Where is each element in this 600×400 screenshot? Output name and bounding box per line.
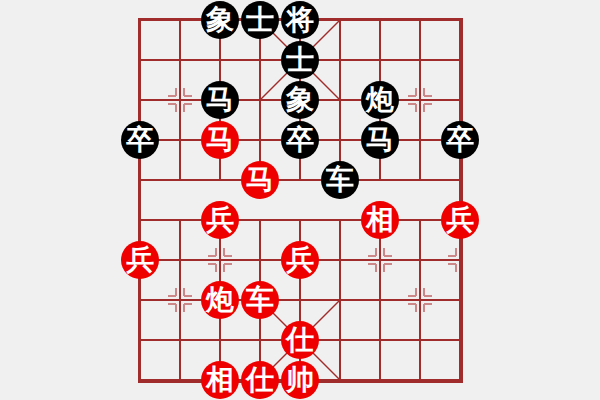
board-point[interactable] [160, 0, 200, 40]
black-soldier[interactable]: 卒 [281, 121, 319, 159]
board-point[interactable] [400, 40, 440, 80]
red-soldier[interactable]: 兵 [441, 201, 479, 239]
board-point[interactable] [120, 200, 160, 240]
board-point[interactable] [160, 240, 200, 280]
board-point[interactable] [400, 280, 440, 320]
board-point[interactable] [280, 200, 320, 240]
board-point[interactable] [160, 120, 200, 160]
board-point[interactable] [320, 120, 360, 160]
board-point[interactable] [240, 120, 280, 160]
board-point[interactable] [320, 240, 360, 280]
board-point[interactable]: 兵 [120, 240, 160, 280]
board-point[interactable] [320, 280, 360, 320]
board-point[interactable]: 将 [280, 0, 320, 40]
board-point[interactable] [200, 160, 240, 200]
board-point[interactable] [440, 360, 480, 400]
board-point[interactable] [160, 320, 200, 360]
board-point[interactable]: 车 [240, 280, 280, 320]
red-elephant[interactable]: 相 [201, 361, 239, 399]
board-point[interactable] [400, 360, 440, 400]
board-point[interactable] [440, 240, 480, 280]
red-chariot[interactable]: 车 [241, 281, 279, 319]
red-advisor[interactable]: 仕 [241, 361, 279, 399]
board-point[interactable] [240, 80, 280, 120]
black-advisor[interactable]: 士 [241, 1, 279, 39]
board-point[interactable]: 卒 [440, 120, 480, 160]
red-cannon[interactable]: 炮 [201, 281, 239, 319]
board-point[interactable]: 车 [320, 160, 360, 200]
board-point[interactable] [160, 80, 200, 120]
black-soldier[interactable]: 卒 [441, 121, 479, 159]
board-point[interactable] [200, 240, 240, 280]
board-point[interactable] [400, 320, 440, 360]
board-point[interactable]: 兵 [280, 240, 320, 280]
board-point[interactable] [160, 40, 200, 80]
board-point[interactable]: 士 [280, 40, 320, 80]
board-point[interactable] [240, 320, 280, 360]
board-point[interactable] [320, 200, 360, 240]
black-advisor[interactable]: 士 [281, 41, 319, 79]
red-general[interactable]: 帅 [281, 361, 319, 399]
board-point[interactable] [160, 200, 200, 240]
red-soldier[interactable]: 兵 [281, 241, 319, 279]
board-point[interactable]: 帅 [280, 360, 320, 400]
board-point[interactable] [400, 160, 440, 200]
board-point[interactable]: 象 [200, 0, 240, 40]
board-point[interactable] [280, 160, 320, 200]
black-chariot[interactable]: 车 [321, 161, 359, 199]
board-point[interactable] [280, 280, 320, 320]
board-point[interactable] [360, 0, 400, 40]
red-soldier[interactable]: 兵 [121, 241, 159, 279]
black-soldier[interactable]: 卒 [121, 121, 159, 159]
board-point[interactable] [200, 320, 240, 360]
board-point[interactable]: 卒 [120, 120, 160, 160]
board-point[interactable]: 象 [280, 80, 320, 120]
board-point[interactable] [400, 240, 440, 280]
board-point[interactable] [400, 80, 440, 120]
board-point[interactable] [440, 0, 480, 40]
board-point[interactable] [120, 160, 160, 200]
board-point[interactable] [320, 0, 360, 40]
board-point[interactable] [440, 280, 480, 320]
board-point[interactable]: 马 [200, 80, 240, 120]
red-horse[interactable]: 马 [241, 161, 279, 199]
board-point[interactable] [160, 160, 200, 200]
black-horse[interactable]: 马 [361, 121, 399, 159]
board-point[interactable]: 兵 [440, 200, 480, 240]
board-point[interactable] [120, 40, 160, 80]
board-point[interactable]: 相 [360, 200, 400, 240]
board-point[interactable] [360, 360, 400, 400]
board-point[interactable] [400, 120, 440, 160]
board-point[interactable] [400, 0, 440, 40]
red-horse[interactable]: 马 [201, 121, 239, 159]
board-point[interactable]: 卒 [280, 120, 320, 160]
board-point[interactable] [440, 160, 480, 200]
board-point[interactable] [320, 80, 360, 120]
black-horse[interactable]: 马 [201, 81, 239, 119]
board-grid: 象士将士马象炮卒马卒马卒马车兵相兵兵兵炮车仕相仕帅 [120, 0, 480, 400]
board-point[interactable]: 炮 [200, 280, 240, 320]
board-point[interactable]: 士 [240, 0, 280, 40]
red-advisor[interactable]: 仕 [281, 321, 319, 359]
black-elephant[interactable]: 象 [201, 1, 239, 39]
board-point[interactable] [200, 40, 240, 80]
board-point[interactable] [240, 200, 280, 240]
board-point[interactable]: 马 [200, 120, 240, 160]
board-point[interactable] [320, 320, 360, 360]
black-general[interactable]: 将 [281, 1, 319, 39]
board-point[interactable] [160, 360, 200, 400]
board-point[interactable] [240, 240, 280, 280]
board-point[interactable] [360, 320, 400, 360]
board-point[interactable]: 兵 [200, 200, 240, 240]
board-point[interactable]: 炮 [360, 80, 400, 120]
board-point[interactable] [320, 40, 360, 80]
board-point[interactable] [120, 320, 160, 360]
red-soldier[interactable]: 兵 [201, 201, 239, 239]
black-cannon[interactable]: 炮 [361, 81, 399, 119]
red-elephant[interactable]: 相 [361, 201, 399, 239]
board-point[interactable] [120, 80, 160, 120]
board-point[interactable] [120, 280, 160, 320]
board-point[interactable] [320, 360, 360, 400]
board-point[interactable] [360, 160, 400, 200]
board-point[interactable]: 仕 [280, 320, 320, 360]
board-point[interactable]: 相 [200, 360, 240, 400]
board-point[interactable] [360, 280, 400, 320]
board-point[interactable] [360, 40, 400, 80]
board-point[interactable] [360, 240, 400, 280]
board-point[interactable] [440, 320, 480, 360]
board-point[interactable]: 马 [360, 120, 400, 160]
black-elephant[interactable]: 象 [281, 81, 319, 119]
board-point[interactable] [120, 360, 160, 400]
board-point[interactable] [160, 280, 200, 320]
board-point[interactable]: 仕 [240, 360, 280, 400]
board-point[interactable] [400, 200, 440, 240]
board-point[interactable] [120, 0, 160, 40]
board-point[interactable] [240, 40, 280, 80]
board-point[interactable] [440, 80, 480, 120]
board-point[interactable] [440, 40, 480, 80]
xiangqi-board: 象士将士马象炮卒马卒马卒马车兵相兵兵兵炮车仕相仕帅 [0, 0, 600, 400]
board-point[interactable]: 马 [240, 160, 280, 200]
